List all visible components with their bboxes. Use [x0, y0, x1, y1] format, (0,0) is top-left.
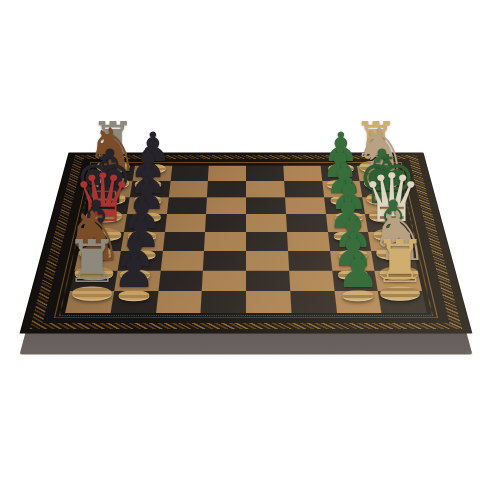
square-c3	[288, 251, 332, 271]
square-c4	[246, 251, 289, 271]
square-b3	[289, 270, 334, 291]
square-f3	[285, 197, 326, 214]
square-d1	[368, 232, 413, 251]
square-c2	[330, 251, 375, 271]
square-h2	[320, 166, 360, 181]
square-h7	[132, 166, 172, 181]
square-e6	[165, 214, 207, 232]
square-c5	[203, 251, 246, 271]
square-c6	[160, 251, 204, 271]
square-b2	[332, 270, 378, 291]
square-b1	[375, 270, 422, 291]
square-f7	[127, 197, 169, 214]
square-f2	[324, 197, 366, 214]
square-h8	[94, 166, 134, 181]
square-d8	[79, 232, 124, 251]
square-b5	[202, 270, 246, 291]
square-b8	[70, 270, 117, 291]
square-b7	[114, 270, 160, 291]
square-e4	[246, 214, 287, 232]
square-g5	[207, 181, 246, 197]
square-e8	[83, 214, 127, 232]
square-e7	[124, 214, 167, 232]
square-d4	[246, 232, 288, 251]
square-b4	[246, 270, 290, 291]
square-e2	[326, 214, 369, 232]
square-e3	[286, 214, 328, 232]
square-d3	[287, 232, 330, 251]
square-h4	[246, 166, 284, 181]
square-b6	[158, 270, 203, 291]
square-e1	[365, 214, 409, 232]
square-a4	[246, 291, 291, 313]
square-a1	[378, 291, 427, 313]
square-a8	[65, 291, 114, 313]
square-g2	[322, 181, 363, 197]
square-g8	[91, 181, 133, 197]
square-a7	[110, 291, 158, 313]
square-f5	[206, 197, 246, 214]
square-h5	[208, 166, 246, 181]
square-g6	[168, 181, 208, 197]
square-d2	[328, 232, 372, 251]
product-photo-scene: ♜♟♟♜♞♟♟♞♝♟♟♝♚♟♟♚♛♟♟♛♝♟♟♝♞♟♟♞♜♟♟♜	[0, 0, 480, 480]
square-d5	[204, 232, 246, 251]
square-f1	[362, 197, 405, 214]
square-c8	[74, 251, 120, 271]
square-c1	[371, 251, 417, 271]
square-c7	[117, 251, 162, 271]
square-h6	[170, 166, 209, 181]
square-h3	[283, 166, 322, 181]
square-d6	[162, 232, 205, 251]
board-squares-grid	[65, 166, 427, 313]
square-d7	[121, 232, 165, 251]
square-g1	[360, 181, 402, 197]
square-a5	[201, 291, 246, 313]
chess-board	[20, 153, 473, 334]
square-g7	[130, 181, 171, 197]
square-f6	[166, 197, 207, 214]
square-h1	[357, 166, 397, 181]
square-f8	[87, 197, 130, 214]
square-f4	[246, 197, 286, 214]
square-e5	[205, 214, 246, 232]
square-a6	[156, 291, 202, 313]
square-a3	[290, 291, 336, 313]
square-g4	[246, 181, 285, 197]
square-g3	[284, 181, 324, 197]
square-a2	[334, 291, 382, 313]
